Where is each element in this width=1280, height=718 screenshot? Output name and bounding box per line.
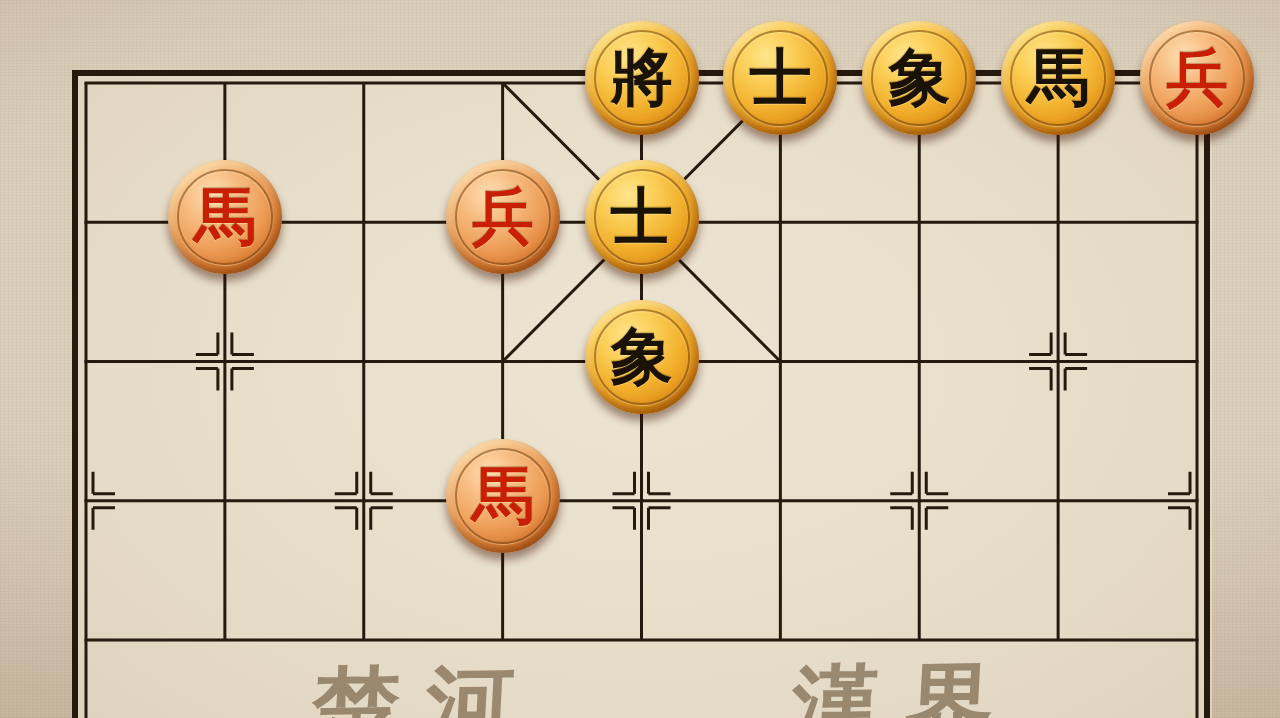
piece-glyph: 士 [611, 186, 673, 248]
piece-black-general[interactable]: 將 [585, 21, 699, 135]
xiangqi-board-screen: 楚河 漢界 將士象馬兵馬兵士象馬 [0, 0, 1280, 718]
piece-black-horse[interactable]: 馬 [1001, 21, 1115, 135]
piece-black-advisor[interactable]: 士 [585, 160, 699, 274]
piece-glyph: 兵 [1166, 47, 1228, 109]
piece-red-soldier[interactable]: 兵 [446, 160, 560, 274]
river-label-chu-he: 楚河 [310, 660, 543, 718]
river-label-han-jie: 漢界 [790, 658, 1023, 718]
piece-red-horse[interactable]: 馬 [168, 160, 282, 274]
piece-glyph: 馬 [472, 465, 534, 527]
piece-glyph: 象 [888, 47, 950, 109]
piece-glyph: 兵 [472, 186, 534, 248]
piece-black-advisor[interactable]: 士 [723, 21, 837, 135]
piece-red-soldier[interactable]: 兵 [1140, 21, 1254, 135]
piece-black-elephant[interactable]: 象 [585, 300, 699, 414]
piece-glyph: 馬 [1027, 47, 1089, 109]
piece-glyph: 象 [611, 326, 673, 388]
piece-glyph: 馬 [194, 186, 256, 248]
piece-red-horse[interactable]: 馬 [446, 439, 560, 553]
piece-black-elephant[interactable]: 象 [862, 21, 976, 135]
piece-glyph: 將 [611, 47, 673, 109]
piece-glyph: 士 [749, 47, 811, 109]
